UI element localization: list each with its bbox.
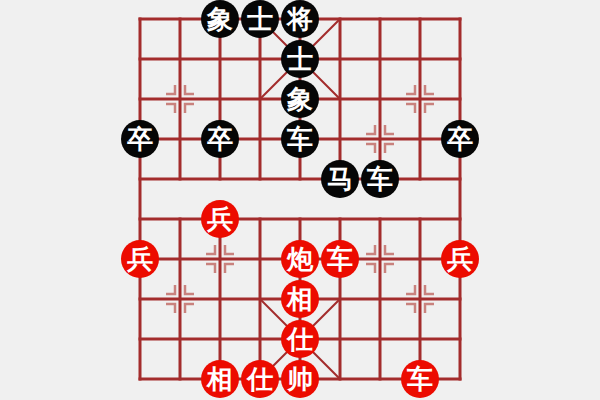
piece-black-horse[interactable]: 马 bbox=[321, 160, 359, 198]
piece-black-soldier[interactable]: 卒 bbox=[121, 120, 159, 158]
piece-red-elephant[interactable]: 相 bbox=[201, 360, 239, 398]
piece-black-general[interactable]: 将 bbox=[281, 0, 319, 38]
piece-red-chariot[interactable]: 车 bbox=[401, 360, 439, 398]
piece-black-chariot[interactable]: 车 bbox=[281, 120, 319, 158]
piece-red-soldier[interactable]: 兵 bbox=[441, 240, 479, 278]
piece-black-soldier[interactable]: 卒 bbox=[201, 120, 239, 158]
piece-black-elephant[interactable]: 象 bbox=[201, 0, 239, 38]
piece-red-chariot[interactable]: 车 bbox=[321, 240, 359, 278]
piece-red-advisor[interactable]: 仕 bbox=[281, 320, 319, 358]
piece-black-advisor[interactable]: 士 bbox=[241, 0, 279, 38]
piece-red-general[interactable]: 帅 bbox=[281, 360, 319, 398]
piece-red-soldier[interactable]: 兵 bbox=[201, 200, 239, 238]
piece-grid: 象士将士象卒卒车卒马车兵兵炮车兵相仕相仕帅车 bbox=[120, 0, 480, 399]
xiangqi-app: 象士将士象卒卒车卒马车兵兵炮车兵相仕相仕帅车 bbox=[0, 0, 600, 400]
piece-black-elephant[interactable]: 象 bbox=[281, 80, 319, 118]
piece-black-chariot[interactable]: 车 bbox=[361, 160, 399, 198]
piece-red-advisor[interactable]: 仕 bbox=[241, 360, 279, 398]
piece-black-advisor[interactable]: 士 bbox=[281, 40, 319, 78]
piece-red-cannon[interactable]: 炮 bbox=[281, 240, 319, 278]
piece-black-soldier[interactable]: 卒 bbox=[441, 120, 479, 158]
piece-red-elephant[interactable]: 相 bbox=[281, 280, 319, 318]
piece-red-soldier[interactable]: 兵 bbox=[121, 240, 159, 278]
